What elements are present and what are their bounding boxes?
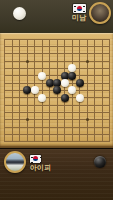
white-stone-icon xyxy=(13,7,26,20)
black-stone xyxy=(53,86,61,94)
black-stone xyxy=(68,72,76,80)
black-stone xyxy=(61,94,69,102)
black-stone-turn-icon xyxy=(94,156,106,168)
grid-line xyxy=(4,112,110,113)
south-korea-flag-icon xyxy=(30,155,41,163)
bottom-player-bar: 아이피 ↺4 두기 xyxy=(0,148,113,200)
grid-line xyxy=(4,119,110,120)
grid-line xyxy=(4,39,110,40)
white-stone xyxy=(38,72,46,80)
grid-line xyxy=(4,46,110,47)
south-korea-flag-icon xyxy=(73,4,86,13)
white-stone xyxy=(76,94,84,102)
black-stone xyxy=(23,86,31,94)
top-player-name: 미남 xyxy=(72,14,86,22)
grid-line xyxy=(4,53,110,54)
grid-line xyxy=(4,127,110,128)
white-stone xyxy=(38,94,46,102)
bottom-player-avatar[interactable] xyxy=(4,151,26,173)
bottom-player-name: 아이피 xyxy=(30,164,51,172)
star-point xyxy=(86,60,89,63)
white-stone xyxy=(68,86,76,94)
white-stone xyxy=(61,79,69,87)
top-player-bar: 미남 xyxy=(0,0,113,34)
grid-line xyxy=(4,75,110,76)
star-point xyxy=(26,60,29,63)
grid-line xyxy=(4,105,110,106)
grid-line xyxy=(4,61,110,62)
grid-line xyxy=(4,68,110,69)
white-stone xyxy=(31,86,39,94)
grid-line xyxy=(4,134,110,135)
grid-line xyxy=(4,141,110,142)
game-screen: 미남 아이피 ↺4 두기 xyxy=(0,0,113,200)
game-board[interactable] xyxy=(0,33,113,148)
top-player-avatar[interactable] xyxy=(89,2,111,24)
black-stone xyxy=(76,79,84,87)
grid-line xyxy=(4,97,110,98)
